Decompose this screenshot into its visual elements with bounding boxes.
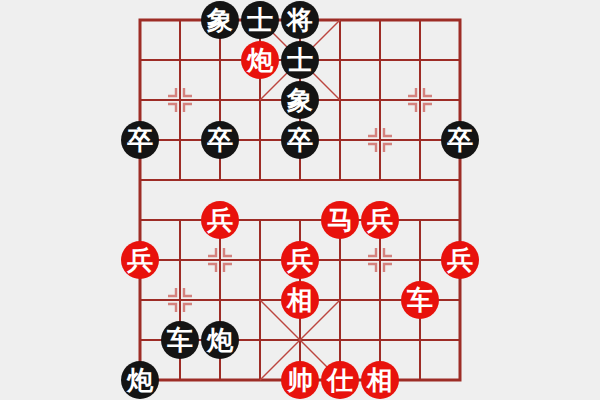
pieces-layer: 象士将炮士象卒卒卒卒兵马兵兵兵兵相车车炮炮帅仕相 — [120, 0, 480, 400]
piece-black-advisor[interactable]: 士 — [241, 1, 279, 39]
piece-black-chariot[interactable]: 车 — [161, 321, 199, 359]
piece-red-cannon[interactable]: 炮 — [241, 41, 279, 79]
piece-black-advisor[interactable]: 士 — [281, 41, 319, 79]
piece-black-elephant[interactable]: 象 — [201, 1, 239, 39]
piece-red-general[interactable]: 帅 — [281, 361, 319, 399]
piece-red-soldier[interactable]: 兵 — [201, 201, 239, 239]
piece-red-advisor[interactable]: 仕 — [321, 361, 359, 399]
piece-black-soldier[interactable]: 卒 — [201, 121, 239, 159]
piece-red-elephant[interactable]: 相 — [281, 281, 319, 319]
piece-black-elephant[interactable]: 象 — [281, 81, 319, 119]
piece-black-soldier[interactable]: 卒 — [441, 121, 479, 159]
piece-black-cannon[interactable]: 炮 — [201, 321, 239, 359]
piece-red-soldier[interactable]: 兵 — [281, 241, 319, 279]
piece-black-soldier[interactable]: 卒 — [281, 121, 319, 159]
piece-red-soldier[interactable]: 兵 — [441, 241, 479, 279]
piece-red-horse[interactable]: 马 — [321, 201, 359, 239]
piece-red-chariot[interactable]: 车 — [401, 281, 439, 319]
piece-black-cannon[interactable]: 炮 — [121, 361, 159, 399]
xiangqi-board: 象士将炮士象卒卒卒卒兵马兵兵兵兵相车车炮炮帅仕相 — [0, 0, 600, 400]
piece-red-soldier[interactable]: 兵 — [361, 201, 399, 239]
piece-black-soldier[interactable]: 卒 — [121, 121, 159, 159]
piece-black-general[interactable]: 将 — [281, 1, 319, 39]
piece-red-elephant[interactable]: 相 — [361, 361, 399, 399]
piece-red-soldier[interactable]: 兵 — [121, 241, 159, 279]
